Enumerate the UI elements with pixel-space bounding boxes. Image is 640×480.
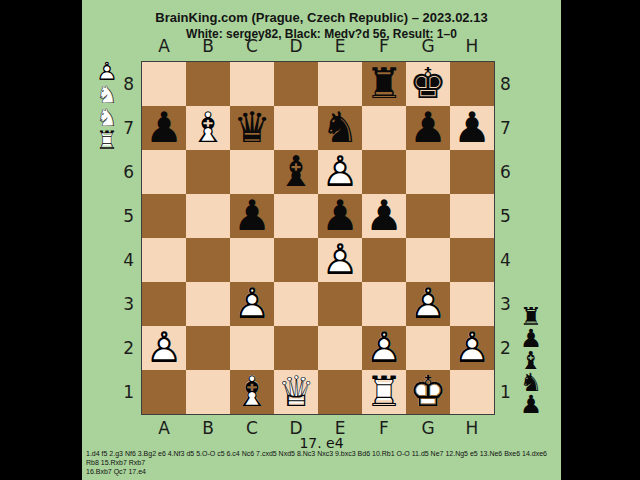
- rank-label-4: 4: [496, 238, 522, 282]
- captured-white-tray: ♟♙♞♘♞♘♜♖: [94, 60, 120, 152]
- square-h6[interactable]: [450, 150, 494, 194]
- square-a1[interactable]: [142, 370, 186, 414]
- square-g6[interactable]: [406, 150, 450, 194]
- file-label-c: C: [230, 36, 274, 56]
- square-c3[interactable]: ♟♙: [230, 282, 274, 326]
- piece-glyph: ♟: [362, 194, 406, 238]
- white-queen[interactable]: ♛♕: [274, 370, 318, 414]
- white-pawn[interactable]: ♟♙: [450, 326, 494, 370]
- piece-glyph-outline: ♙: [362, 326, 406, 370]
- captured-piece-cell: ♟: [518, 393, 544, 415]
- piece-glyph-outline: ♙: [406, 282, 450, 326]
- black-pawn[interactable]: ♟: [362, 194, 406, 238]
- white-bishop[interactable]: ♝♗: [186, 106, 230, 150]
- rank-label-5: 5: [110, 194, 136, 238]
- piece-glyph-outline: ♙: [318, 150, 362, 194]
- move-list-line-1: 1.d4 f5 2.g3 Nf6 3.Bg2 e6 4.Nf3 d5 5.O-O…: [86, 449, 558, 467]
- square-h7[interactable]: ♟: [450, 106, 494, 150]
- right-letterbox: [561, 0, 640, 480]
- black-knight[interactable]: ♞: [318, 106, 362, 150]
- captured-black-pawn: ♟: [518, 393, 544, 415]
- black-pawn[interactable]: ♟: [406, 106, 450, 150]
- file-label-a: A: [142, 36, 186, 56]
- square-a5[interactable]: [142, 194, 186, 238]
- rank-label-7: 7: [496, 106, 522, 150]
- piece-glyph: ♛: [230, 106, 274, 150]
- square-d5[interactable]: [274, 194, 318, 238]
- square-g7[interactable]: ♟: [406, 106, 450, 150]
- piece-glyph-outline: ♖: [94, 129, 120, 152]
- rank-label-6: 6: [110, 150, 136, 194]
- black-rook[interactable]: ♜: [362, 62, 406, 106]
- captured-black-tray: ♜♟♝♞♟: [518, 305, 544, 415]
- screenshot-stage: BrainKing.com (Prague, Czech Republic) –…: [0, 0, 640, 480]
- square-e5[interactable]: ♟: [318, 194, 362, 238]
- white-pawn[interactable]: ♟♙: [142, 326, 186, 370]
- file-label-f: F: [362, 418, 406, 438]
- square-h3[interactable]: [450, 282, 494, 326]
- square-b1[interactable]: [186, 370, 230, 414]
- square-g8[interactable]: ♚: [406, 62, 450, 106]
- square-d4[interactable]: [274, 238, 318, 282]
- file-label-h: H: [450, 36, 494, 56]
- piece-glyph: ♟: [142, 106, 186, 150]
- square-a6[interactable]: [142, 150, 186, 194]
- file-labels-top: ABCDEFGH: [142, 36, 494, 56]
- square-a2[interactable]: ♟♙: [142, 326, 186, 370]
- square-h4[interactable]: [450, 238, 494, 282]
- square-b6[interactable]: [186, 150, 230, 194]
- left-letterbox: [0, 0, 82, 480]
- square-b3[interactable]: [186, 282, 230, 326]
- black-queen[interactable]: ♛: [230, 106, 274, 150]
- square-f2[interactable]: ♟♙: [362, 326, 406, 370]
- square-b7[interactable]: ♝♗: [186, 106, 230, 150]
- square-e2[interactable]: [318, 326, 362, 370]
- white-pawn[interactable]: ♟♙: [318, 150, 362, 194]
- piece-glyph-outline: ♗: [186, 106, 230, 150]
- square-e3[interactable]: [318, 282, 362, 326]
- white-pawn[interactable]: ♟♙: [318, 238, 362, 282]
- rank-label-5: 5: [496, 194, 522, 238]
- captured-piece-cell: ♜♖: [94, 129, 120, 152]
- piece-glyph-outline: ♗: [230, 370, 274, 414]
- square-b5[interactable]: [186, 194, 230, 238]
- game-panel: BrainKing.com (Prague, Czech Republic) –…: [82, 0, 561, 480]
- piece-glyph-outline: ♙: [318, 238, 362, 282]
- square-c4[interactable]: [230, 238, 274, 282]
- piece-glyph-outline: ♕: [274, 370, 318, 414]
- piece-glyph: ♚: [406, 62, 450, 106]
- rank-label-3: 3: [110, 282, 136, 326]
- white-pawn[interactable]: ♟♙: [362, 326, 406, 370]
- square-e8[interactable]: [318, 62, 362, 106]
- black-bishop[interactable]: ♝: [274, 150, 318, 194]
- piece-glyph-outline: ♖: [362, 370, 406, 414]
- move-list-line-2: 16.Bxb7 Qc7 17.e4: [86, 467, 558, 476]
- piece-glyph-outline: ♙: [142, 326, 186, 370]
- piece-glyph: ♟: [318, 194, 362, 238]
- square-a4[interactable]: [142, 238, 186, 282]
- square-e1[interactable]: [318, 370, 362, 414]
- square-d3[interactable]: [274, 282, 318, 326]
- piece-glyph: ♟: [230, 194, 274, 238]
- square-c7[interactable]: ♛: [230, 106, 274, 150]
- square-c1[interactable]: ♝♗: [230, 370, 274, 414]
- file-label-h: H: [450, 418, 494, 438]
- file-label-b: B: [186, 418, 230, 438]
- square-d1[interactable]: ♛♕: [274, 370, 318, 414]
- square-c2[interactable]: [230, 326, 274, 370]
- square-b8[interactable]: [186, 62, 230, 106]
- square-h5[interactable]: [450, 194, 494, 238]
- file-label-b: B: [186, 36, 230, 56]
- square-f6[interactable]: [362, 150, 406, 194]
- square-f3[interactable]: [362, 282, 406, 326]
- move-list: 1.d4 f5 2.g3 Nf6 3.Bg2 e6 4.Nf3 d5 5.O-O…: [86, 449, 558, 476]
- file-label-d: D: [274, 36, 318, 56]
- piece-glyph: ♟: [450, 106, 494, 150]
- square-c6[interactable]: [230, 150, 274, 194]
- black-pawn[interactable]: ♟: [450, 106, 494, 150]
- piece-glyph: ♞: [318, 106, 362, 150]
- square-d8[interactable]: [274, 62, 318, 106]
- piece-glyph: ♜: [362, 62, 406, 106]
- square-g4[interactable]: [406, 238, 450, 282]
- square-a8[interactable]: [142, 62, 186, 106]
- square-a3[interactable]: [142, 282, 186, 326]
- piece-glyph: ♟: [406, 106, 450, 150]
- file-label-e: E: [318, 36, 362, 56]
- square-a7[interactable]: ♟: [142, 106, 186, 150]
- square-f5[interactable]: ♟: [362, 194, 406, 238]
- square-h1[interactable]: [450, 370, 494, 414]
- square-d7[interactable]: [274, 106, 318, 150]
- piece-glyph-outline: ♙: [450, 326, 494, 370]
- black-king[interactable]: ♚: [406, 62, 450, 106]
- captured-white-rook: ♜♖: [94, 129, 120, 152]
- white-pawn[interactable]: ♟♙: [230, 282, 274, 326]
- square-b2[interactable]: [186, 326, 230, 370]
- black-pawn[interactable]: ♟: [142, 106, 186, 150]
- square-f8[interactable]: ♜: [362, 62, 406, 106]
- rank-label-4: 4: [110, 238, 136, 282]
- square-f4[interactable]: [362, 238, 406, 282]
- file-label-c: C: [230, 418, 274, 438]
- square-g1[interactable]: ♚♔: [406, 370, 450, 414]
- square-g2[interactable]: [406, 326, 450, 370]
- chess-board: ♜♚♟♝♗♛♞♟♟♝♟♙♟♟♟♟♙♟♙♟♙♟♙♟♙♟♙♝♗♛♕♜♖♚♔: [141, 61, 495, 415]
- square-g5[interactable]: [406, 194, 450, 238]
- piece-glyph: ♝: [274, 150, 318, 194]
- square-g3[interactable]: ♟♙: [406, 282, 450, 326]
- square-h2[interactable]: ♟♙: [450, 326, 494, 370]
- square-c5[interactable]: ♟: [230, 194, 274, 238]
- rank-label-2: 2: [110, 326, 136, 370]
- black-pawn[interactable]: ♟: [318, 194, 362, 238]
- square-c8[interactable]: [230, 62, 274, 106]
- black-pawn[interactable]: ♟: [230, 194, 274, 238]
- square-e7[interactable]: ♞: [318, 106, 362, 150]
- rank-label-8: 8: [496, 62, 522, 106]
- file-label-f: F: [362, 36, 406, 56]
- file-label-g: G: [406, 418, 450, 438]
- rank-label-6: 6: [496, 150, 522, 194]
- square-f1[interactable]: ♜♖: [362, 370, 406, 414]
- square-d2[interactable]: [274, 326, 318, 370]
- square-e4[interactable]: ♟♙: [318, 238, 362, 282]
- white-rook[interactable]: ♜♖: [362, 370, 406, 414]
- square-e6[interactable]: ♟♙: [318, 150, 362, 194]
- file-label-a: A: [142, 418, 186, 438]
- square-h8[interactable]: [450, 62, 494, 106]
- piece-glyph-outline: ♔: [406, 370, 450, 414]
- piece-glyph: ♟: [518, 393, 544, 415]
- white-pawn[interactable]: ♟♙: [406, 282, 450, 326]
- white-bishop[interactable]: ♝♗: [230, 370, 274, 414]
- square-d6[interactable]: ♝: [274, 150, 318, 194]
- square-f7[interactable]: [362, 106, 406, 150]
- file-label-g: G: [406, 36, 450, 56]
- piece-glyph-outline: ♙: [230, 282, 274, 326]
- page-title: BrainKing.com (Prague, Czech Republic) –…: [82, 10, 561, 25]
- white-king[interactable]: ♚♔: [406, 370, 450, 414]
- square-b4[interactable]: [186, 238, 230, 282]
- rank-label-1: 1: [110, 370, 136, 414]
